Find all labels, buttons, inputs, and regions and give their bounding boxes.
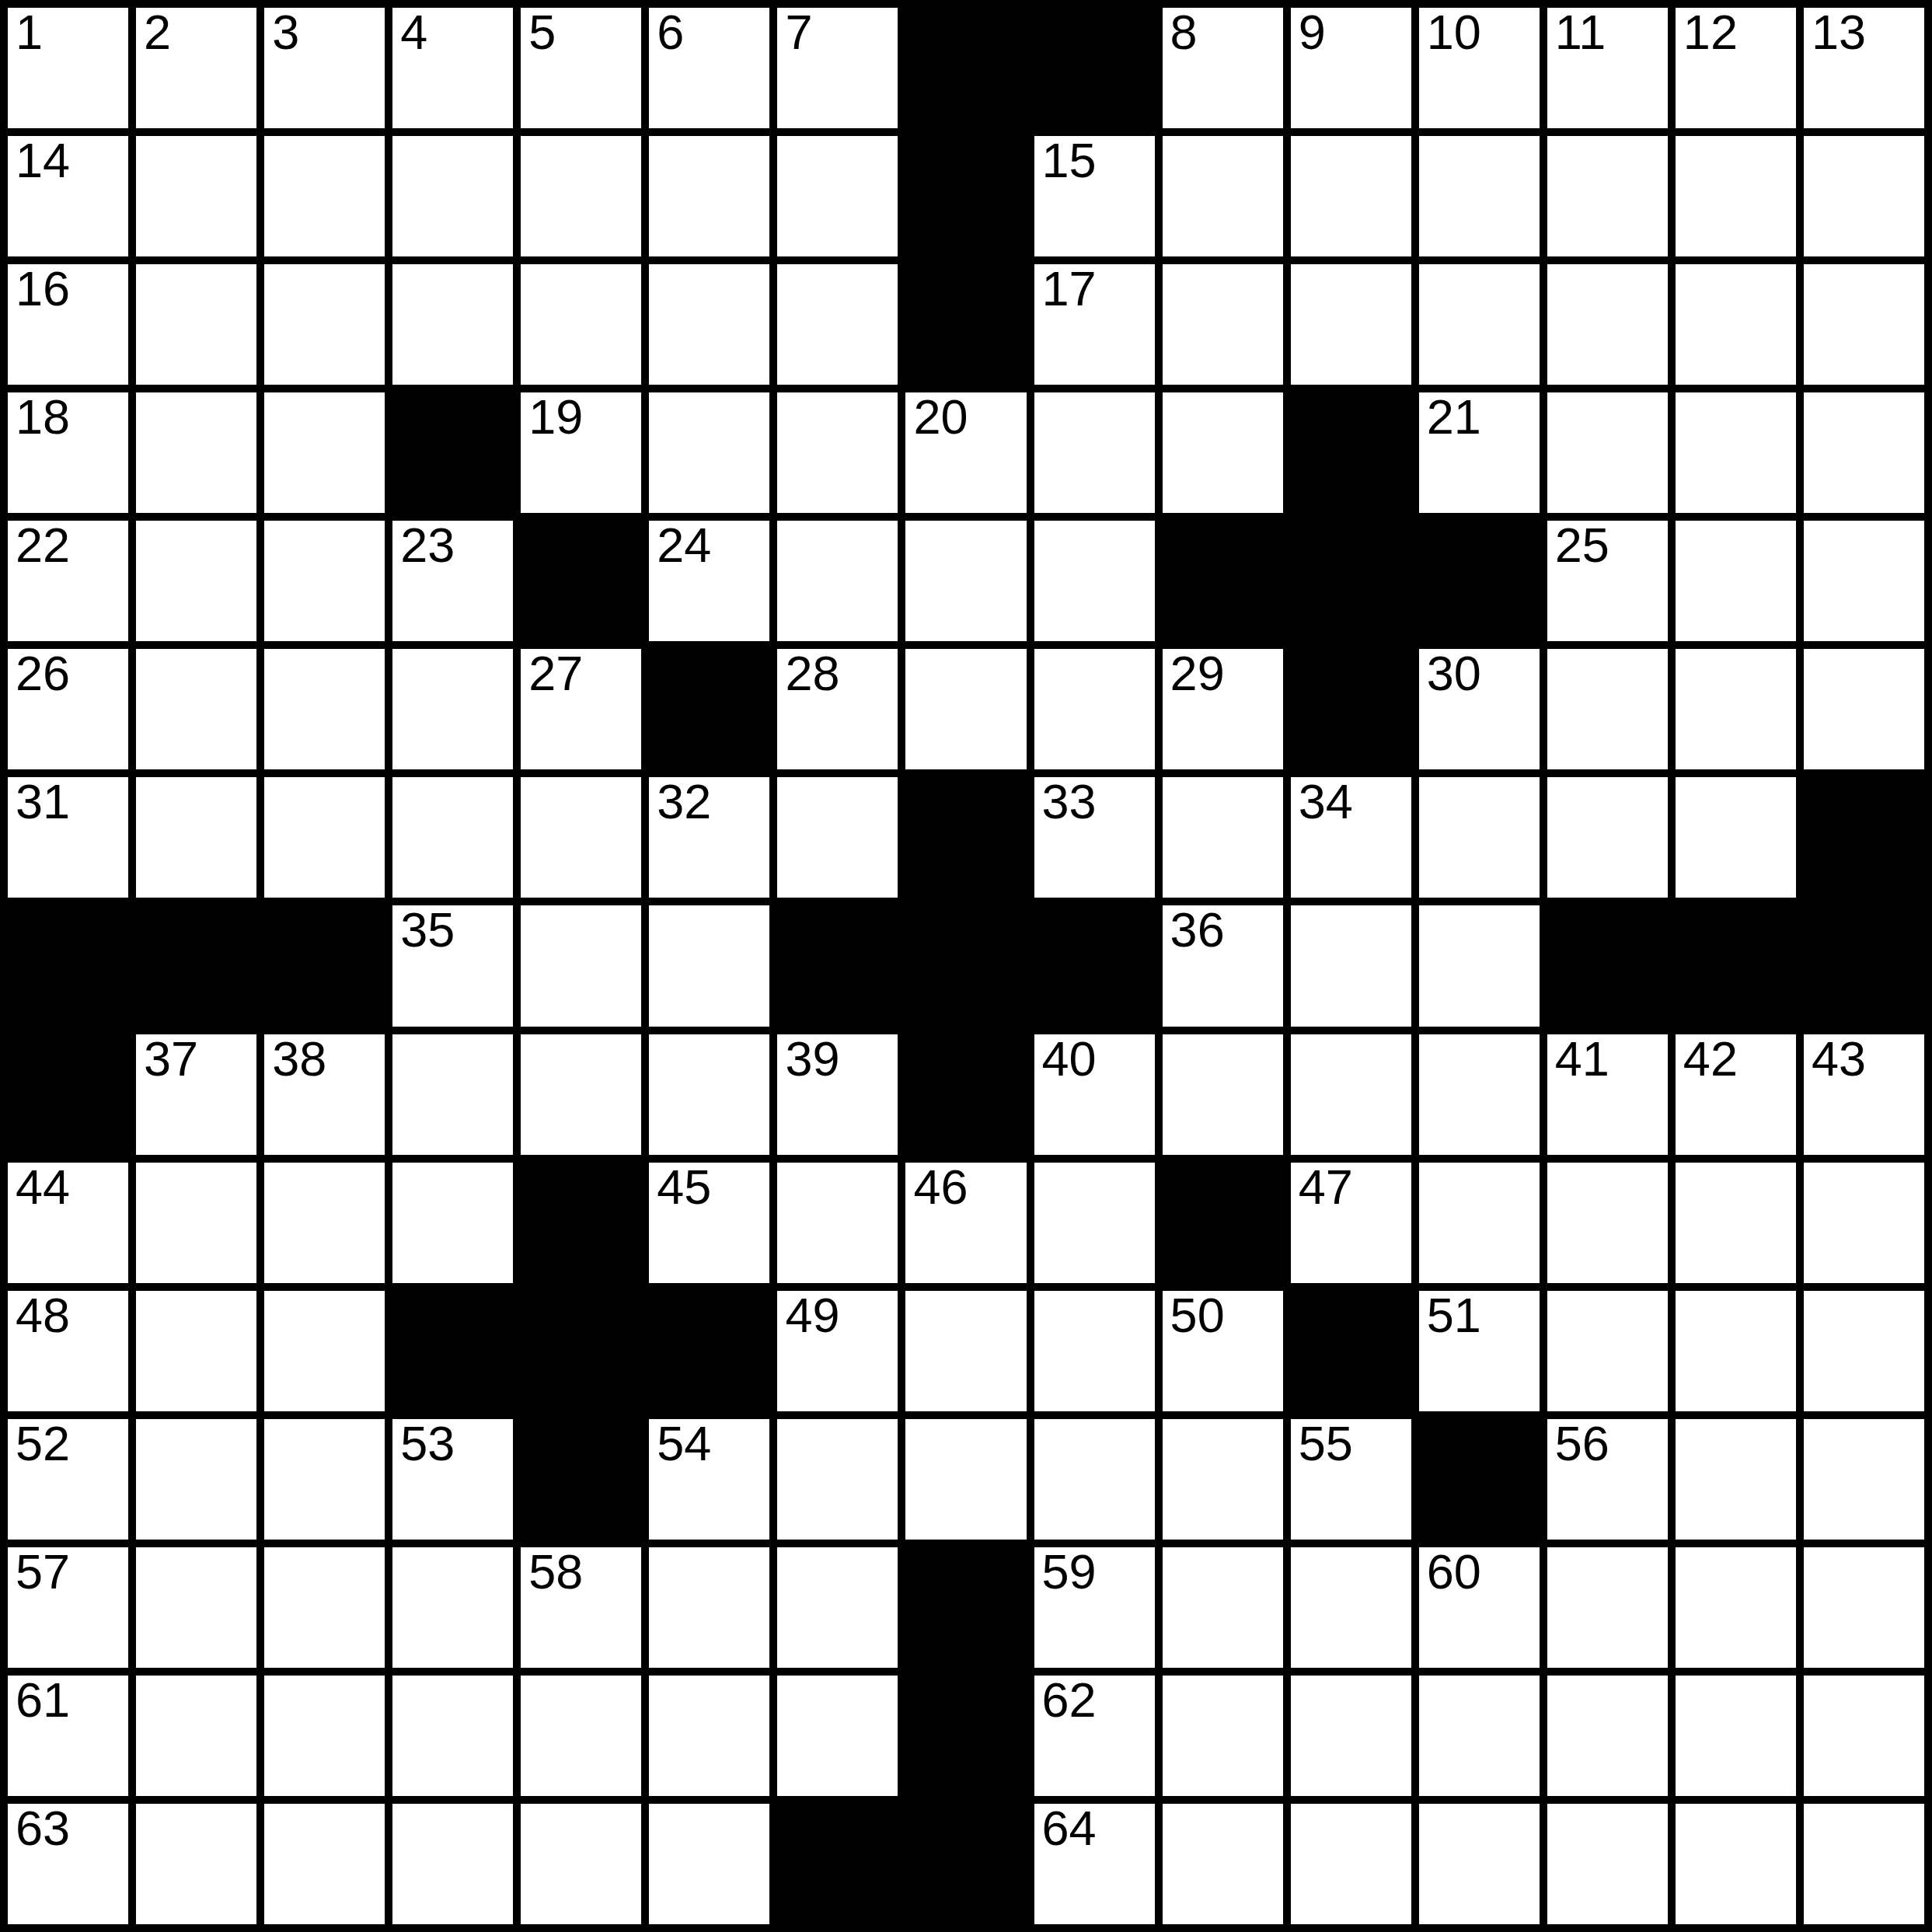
white-cell-r5c0[interactable]: 26 — [8, 649, 128, 769]
white-cell-r7c9[interactable]: 36 — [1163, 905, 1283, 1026]
white-cell-r10c7[interactable] — [905, 1291, 1026, 1411]
white-cell-r1c14[interactable] — [1804, 136, 1924, 256]
white-cell-r14c3[interactable] — [392, 1804, 513, 1924]
white-cell-r6c9[interactable] — [1163, 777, 1283, 898]
white-cell-r6c5[interactable]: 32 — [649, 777, 769, 898]
white-cell-r2c11[interactable] — [1419, 264, 1540, 385]
white-cell-r2c0[interactable]: 16 — [8, 264, 128, 385]
clue-number-32: 32 — [657, 777, 711, 826]
clue-number-59: 59 — [1042, 1547, 1097, 1596]
white-cell-r11c3[interactable]: 53 — [392, 1419, 513, 1540]
clue-number-43: 43 — [1812, 1034, 1866, 1083]
white-cell-r12c6[interactable] — [777, 1547, 898, 1668]
white-cell-r13c10[interactable] — [1291, 1676, 1411, 1796]
white-cell-r11c9[interactable] — [1163, 1419, 1283, 1540]
clue-number-14: 14 — [16, 136, 70, 185]
white-cell-r6c4[interactable] — [521, 777, 641, 898]
white-cell-r4c8[interactable] — [1034, 521, 1155, 641]
white-cell-r11c1[interactable] — [136, 1419, 256, 1540]
black-cell-r10c10 — [1291, 1291, 1411, 1411]
white-cell-r5c4[interactable]: 27 — [521, 649, 641, 769]
white-cell-r6c3[interactable] — [392, 777, 513, 898]
clue-number-24: 24 — [657, 521, 711, 570]
crossword-grid: 1234567891011121314151617181920212223242… — [0, 0, 1932, 1932]
black-cell-r4c4 — [521, 521, 641, 641]
white-cell-r2c5[interactable] — [649, 264, 769, 385]
white-cell-r9c10[interactable]: 47 — [1291, 1163, 1411, 1283]
white-cell-r11c2[interactable] — [264, 1419, 385, 1540]
white-cell-r7c4[interactable] — [521, 905, 641, 1026]
clue-number-54: 54 — [657, 1419, 711, 1468]
clue-number-27: 27 — [528, 649, 583, 698]
black-cell-r7c12 — [1547, 905, 1668, 1026]
white-cell-r5c7[interactable] — [905, 649, 1026, 769]
black-cell-r11c11 — [1419, 1419, 1540, 1540]
clue-number-31: 31 — [16, 777, 70, 826]
white-cell-r5c3[interactable] — [392, 649, 513, 769]
white-cell-r14c4[interactable] — [521, 1804, 641, 1924]
clue-number-13: 13 — [1812, 8, 1866, 57]
clue-number-22: 22 — [16, 521, 70, 570]
white-cell-r13c14[interactable] — [1804, 1676, 1924, 1796]
white-cell-r0c10[interactable]: 9 — [1291, 8, 1411, 128]
white-cell-r1c6[interactable] — [777, 136, 898, 256]
clue-number-58: 58 — [528, 1547, 583, 1596]
clue-number-50: 50 — [1170, 1291, 1225, 1340]
clue-number-39: 39 — [785, 1034, 839, 1083]
white-cell-r4c6[interactable] — [777, 521, 898, 641]
white-cell-r7c5[interactable] — [649, 905, 769, 1026]
white-cell-r2c6[interactable] — [777, 264, 898, 385]
black-cell-r10c5 — [649, 1291, 769, 1411]
white-cell-r10c1[interactable] — [136, 1291, 256, 1411]
clue-number-8: 8 — [1170, 8, 1198, 57]
clue-number-41: 41 — [1555, 1034, 1609, 1083]
black-cell-r8c0 — [8, 1034, 128, 1155]
white-cell-r0c0[interactable]: 1 — [8, 8, 128, 128]
black-cell-r7c0 — [8, 905, 128, 1026]
clue-number-25: 25 — [1555, 521, 1609, 570]
white-cell-r12c3[interactable] — [392, 1547, 513, 1668]
white-cell-r7c11[interactable] — [1419, 905, 1540, 1026]
clue-number-45: 45 — [657, 1163, 711, 1212]
white-cell-r9c12[interactable] — [1547, 1163, 1668, 1283]
white-cell-r14c0[interactable]: 63 — [8, 1804, 128, 1924]
white-cell-r6c8[interactable]: 33 — [1034, 777, 1155, 898]
clue-number-19: 19 — [528, 392, 583, 441]
white-cell-r3c5[interactable] — [649, 392, 769, 513]
clue-number-44: 44 — [16, 1163, 70, 1212]
white-cell-r2c14[interactable] — [1804, 264, 1924, 385]
white-cell-r9c3[interactable] — [392, 1163, 513, 1283]
white-cell-r8c4[interactable] — [521, 1034, 641, 1155]
clue-number-56: 56 — [1555, 1419, 1609, 1468]
white-cell-r2c8[interactable]: 17 — [1034, 264, 1155, 385]
white-cell-r5c2[interactable] — [264, 649, 385, 769]
white-cell-r12c9[interactable] — [1163, 1547, 1283, 1668]
white-cell-r8c2[interactable]: 38 — [264, 1034, 385, 1155]
white-cell-r1c3[interactable] — [392, 136, 513, 256]
white-cell-r11c0[interactable]: 52 — [8, 1419, 128, 1540]
white-cell-r8c13[interactable]: 42 — [1676, 1034, 1796, 1155]
black-cell-r4c11 — [1419, 521, 1540, 641]
white-cell-r14c13[interactable] — [1676, 1804, 1796, 1924]
white-cell-r3c6[interactable] — [777, 392, 898, 513]
white-cell-r11c6[interactable] — [777, 1419, 898, 1540]
white-cell-r9c2[interactable] — [264, 1163, 385, 1283]
white-cell-r0c12[interactable]: 11 — [1547, 8, 1668, 128]
white-cell-r3c8[interactable] — [1034, 392, 1155, 513]
clue-number-51: 51 — [1427, 1291, 1481, 1340]
black-cell-r13c7 — [905, 1676, 1026, 1796]
clue-number-33: 33 — [1042, 777, 1097, 826]
white-cell-r13c6[interactable] — [777, 1676, 898, 1796]
clue-number-6: 6 — [657, 8, 684, 57]
white-cell-r9c14[interactable] — [1804, 1163, 1924, 1283]
clue-number-34: 34 — [1299, 777, 1353, 826]
black-cell-r0c7 — [905, 8, 1026, 128]
white-cell-r12c13[interactable] — [1676, 1547, 1796, 1668]
white-cell-r6c12[interactable] — [1547, 777, 1668, 898]
clue-number-46: 46 — [913, 1163, 968, 1212]
clue-number-16: 16 — [16, 264, 70, 313]
black-cell-r3c3 — [392, 392, 513, 513]
white-cell-r12c8[interactable]: 59 — [1034, 1547, 1155, 1668]
white-cell-r4c12[interactable]: 25 — [1547, 521, 1668, 641]
white-cell-r10c13[interactable] — [1676, 1291, 1796, 1411]
white-cell-r4c13[interactable] — [1676, 521, 1796, 641]
white-cell-r6c13[interactable] — [1676, 777, 1796, 898]
clue-number-64: 64 — [1042, 1804, 1097, 1853]
clue-number-38: 38 — [272, 1034, 326, 1083]
white-cell-r1c9[interactable] — [1163, 136, 1283, 256]
clue-number-28: 28 — [785, 649, 839, 698]
clue-number-47: 47 — [1299, 1163, 1353, 1212]
white-cell-r3c7[interactable]: 20 — [905, 392, 1026, 513]
white-cell-r1c1[interactable] — [136, 136, 256, 256]
white-cell-r13c13[interactable] — [1676, 1676, 1796, 1796]
white-cell-r14c1[interactable] — [136, 1804, 256, 1924]
white-cell-r8c9[interactable] — [1163, 1034, 1283, 1155]
white-cell-r13c5[interactable] — [649, 1676, 769, 1796]
white-cell-r10c0[interactable]: 48 — [8, 1291, 128, 1411]
white-cell-r11c10[interactable]: 55 — [1291, 1419, 1411, 1540]
clue-number-52: 52 — [16, 1419, 70, 1468]
clue-number-48: 48 — [16, 1291, 70, 1340]
white-cell-r14c12[interactable] — [1547, 1804, 1668, 1924]
clue-number-4: 4 — [400, 8, 427, 57]
clue-number-1: 1 — [16, 8, 43, 57]
black-cell-r11c4 — [521, 1419, 641, 1540]
white-cell-r5c11[interactable]: 30 — [1419, 649, 1540, 769]
white-cell-r4c7[interactable] — [905, 521, 1026, 641]
clue-number-21: 21 — [1427, 392, 1481, 441]
white-cell-r6c10[interactable]: 34 — [1291, 777, 1411, 898]
white-cell-r12c2[interactable] — [264, 1547, 385, 1668]
white-cell-r2c13[interactable] — [1676, 264, 1796, 385]
white-cell-r5c1[interactable] — [136, 649, 256, 769]
white-cell-r14c2[interactable] — [264, 1804, 385, 1924]
white-cell-r12c5[interactable] — [649, 1547, 769, 1668]
white-cell-r8c6[interactable]: 39 — [777, 1034, 898, 1155]
clue-number-57: 57 — [16, 1547, 70, 1596]
black-cell-r5c5 — [649, 649, 769, 769]
white-cell-r1c13[interactable] — [1676, 136, 1796, 256]
black-cell-r12c7 — [905, 1547, 1026, 1668]
white-cell-r1c2[interactable] — [264, 136, 385, 256]
white-cell-r4c3[interactable]: 23 — [392, 521, 513, 641]
white-cell-r10c14[interactable] — [1804, 1291, 1924, 1411]
clue-number-18: 18 — [16, 392, 70, 441]
clue-number-53: 53 — [400, 1419, 455, 1468]
white-cell-r8c8[interactable]: 40 — [1034, 1034, 1155, 1155]
black-cell-r7c2 — [264, 905, 385, 1026]
white-cell-r3c12[interactable] — [1547, 392, 1668, 513]
black-cell-r1c7 — [905, 136, 1026, 256]
white-cell-r0c2[interactable]: 3 — [264, 8, 385, 128]
white-cell-r13c3[interactable] — [392, 1676, 513, 1796]
black-cell-r3c10 — [1291, 392, 1411, 513]
white-cell-r0c1[interactable]: 2 — [136, 8, 256, 128]
white-cell-r0c14[interactable]: 13 — [1804, 8, 1924, 128]
clue-number-36: 36 — [1170, 905, 1225, 954]
white-cell-r5c12[interactable] — [1547, 649, 1668, 769]
white-cell-r4c5[interactable]: 24 — [649, 521, 769, 641]
white-cell-r7c10[interactable] — [1291, 905, 1411, 1026]
clue-number-49: 49 — [785, 1291, 839, 1340]
white-cell-r12c1[interactable] — [136, 1547, 256, 1668]
clue-number-29: 29 — [1170, 649, 1225, 698]
white-cell-r14c5[interactable] — [649, 1804, 769, 1924]
white-cell-r10c6[interactable]: 49 — [777, 1291, 898, 1411]
clue-number-62: 62 — [1042, 1676, 1097, 1725]
white-cell-r5c8[interactable] — [1034, 649, 1155, 769]
white-cell-r9c13[interactable] — [1676, 1163, 1796, 1283]
white-cell-r13c8[interactable]: 62 — [1034, 1676, 1155, 1796]
white-cell-r1c0[interactable]: 14 — [8, 136, 128, 256]
white-cell-r2c2[interactable] — [264, 264, 385, 385]
white-cell-r2c12[interactable] — [1547, 264, 1668, 385]
clue-number-3: 3 — [272, 8, 299, 57]
white-cell-r11c5[interactable]: 54 — [649, 1419, 769, 1540]
white-cell-r0c3[interactable]: 4 — [392, 8, 513, 128]
black-cell-r10c4 — [521, 1291, 641, 1411]
clue-number-63: 63 — [16, 1804, 70, 1853]
white-cell-r3c13[interactable] — [1676, 392, 1796, 513]
white-cell-r9c1[interactable] — [136, 1163, 256, 1283]
white-cell-r9c7[interactable]: 46 — [905, 1163, 1026, 1283]
clue-number-23: 23 — [400, 521, 455, 570]
white-cell-r13c2[interactable] — [264, 1676, 385, 1796]
white-cell-r9c8[interactable] — [1034, 1163, 1155, 1283]
white-cell-r4c0[interactable]: 22 — [8, 521, 128, 641]
black-cell-r4c9 — [1163, 521, 1283, 641]
white-cell-r2c1[interactable] — [136, 264, 256, 385]
clue-number-60: 60 — [1427, 1547, 1481, 1596]
black-cell-r10c3 — [392, 1291, 513, 1411]
white-cell-r9c0[interactable]: 44 — [8, 1163, 128, 1283]
clue-number-26: 26 — [16, 649, 70, 698]
white-cell-r5c9[interactable]: 29 — [1163, 649, 1283, 769]
clue-number-30: 30 — [1427, 649, 1481, 698]
clue-number-5: 5 — [528, 8, 556, 57]
clue-number-11: 11 — [1555, 8, 1606, 57]
white-cell-r0c4[interactable]: 5 — [521, 8, 641, 128]
clue-number-12: 12 — [1683, 8, 1738, 57]
white-cell-r10c8[interactable] — [1034, 1291, 1155, 1411]
black-cell-r6c14 — [1804, 777, 1924, 898]
white-cell-r6c11[interactable] — [1419, 777, 1540, 898]
black-cell-r2c7 — [905, 264, 1026, 385]
clue-number-17: 17 — [1042, 264, 1097, 313]
black-cell-r14c7 — [905, 1804, 1026, 1924]
white-cell-r2c10[interactable] — [1291, 264, 1411, 385]
white-cell-r3c1[interactable] — [136, 392, 256, 513]
clue-number-15: 15 — [1042, 136, 1097, 185]
clue-number-20: 20 — [913, 392, 968, 441]
white-cell-r1c4[interactable] — [521, 136, 641, 256]
white-cell-r8c14[interactable]: 43 — [1804, 1034, 1924, 1155]
white-cell-r12c12[interactable] — [1547, 1547, 1668, 1668]
white-cell-r8c10[interactable] — [1291, 1034, 1411, 1155]
white-cell-r14c14[interactable] — [1804, 1804, 1924, 1924]
clue-number-42: 42 — [1683, 1034, 1738, 1083]
white-cell-r14c10[interactable] — [1291, 1804, 1411, 1924]
white-cell-r0c13[interactable]: 12 — [1676, 8, 1796, 128]
white-cell-r10c9[interactable]: 50 — [1163, 1291, 1283, 1411]
black-cell-r14c6 — [777, 1804, 898, 1924]
black-cell-r7c8 — [1034, 905, 1155, 1026]
black-cell-r7c1 — [136, 905, 256, 1026]
white-cell-r10c2[interactable] — [264, 1291, 385, 1411]
white-cell-r11c13[interactable] — [1676, 1419, 1796, 1540]
white-cell-r3c4[interactable]: 19 — [521, 392, 641, 513]
white-cell-r9c6[interactable] — [777, 1163, 898, 1283]
white-cell-r2c4[interactable] — [521, 264, 641, 385]
white-cell-r6c6[interactable] — [777, 777, 898, 898]
clue-number-40: 40 — [1042, 1034, 1097, 1083]
white-cell-r12c14[interactable] — [1804, 1547, 1924, 1668]
white-cell-r8c12[interactable]: 41 — [1547, 1034, 1668, 1155]
white-cell-r11c12[interactable]: 56 — [1547, 1419, 1668, 1540]
white-cell-r5c13[interactable] — [1676, 649, 1796, 769]
clue-number-61: 61 — [16, 1676, 70, 1725]
white-cell-r12c11[interactable]: 60 — [1419, 1547, 1540, 1668]
white-cell-r13c0[interactable]: 61 — [8, 1676, 128, 1796]
black-cell-r9c9 — [1163, 1163, 1283, 1283]
white-cell-r13c12[interactable] — [1547, 1676, 1668, 1796]
white-cell-r12c10[interactable] — [1291, 1547, 1411, 1668]
clue-number-9: 9 — [1299, 8, 1326, 57]
white-cell-r11c8[interactable] — [1034, 1419, 1155, 1540]
clue-number-2: 2 — [144, 8, 171, 57]
black-cell-r6c7 — [905, 777, 1026, 898]
black-cell-r5c10 — [1291, 649, 1411, 769]
white-cell-r11c14[interactable] — [1804, 1419, 1924, 1540]
white-cell-r3c9[interactable] — [1163, 392, 1283, 513]
black-cell-r7c7 — [905, 905, 1026, 1026]
white-cell-r3c0[interactable]: 18 — [8, 392, 128, 513]
white-cell-r0c6[interactable]: 7 — [777, 8, 898, 128]
black-cell-r7c14 — [1804, 905, 1924, 1026]
clue-number-37: 37 — [144, 1034, 198, 1083]
white-cell-r0c5[interactable]: 6 — [649, 8, 769, 128]
white-cell-r4c1[interactable] — [136, 521, 256, 641]
black-cell-r7c6 — [777, 905, 898, 1026]
white-cell-r14c9[interactable] — [1163, 1804, 1283, 1924]
white-cell-r5c6[interactable]: 28 — [777, 649, 898, 769]
white-cell-r12c0[interactable]: 57 — [8, 1547, 128, 1668]
white-cell-r3c11[interactable]: 21 — [1419, 392, 1540, 513]
white-cell-r6c0[interactable]: 31 — [8, 777, 128, 898]
white-cell-r8c1[interactable]: 37 — [136, 1034, 256, 1155]
white-cell-r14c8[interactable]: 64 — [1034, 1804, 1155, 1924]
white-cell-r8c11[interactable] — [1419, 1034, 1540, 1155]
white-cell-r4c14[interactable] — [1804, 521, 1924, 641]
white-cell-r3c14[interactable] — [1804, 392, 1924, 513]
white-cell-r9c5[interactable]: 45 — [649, 1163, 769, 1283]
white-cell-r12c4[interactable]: 58 — [521, 1547, 641, 1668]
white-cell-r8c3[interactable] — [392, 1034, 513, 1155]
white-cell-r1c12[interactable] — [1547, 136, 1668, 256]
white-cell-r9c11[interactable] — [1419, 1163, 1540, 1283]
clue-number-55: 55 — [1299, 1419, 1353, 1468]
white-cell-r2c9[interactable] — [1163, 264, 1283, 385]
black-cell-r7c13 — [1676, 905, 1796, 1026]
white-cell-r13c4[interactable] — [521, 1676, 641, 1796]
white-cell-r0c9[interactable]: 8 — [1163, 8, 1283, 128]
white-cell-r10c11[interactable]: 51 — [1419, 1291, 1540, 1411]
white-cell-r8c5[interactable] — [649, 1034, 769, 1155]
white-cell-r1c10[interactable] — [1291, 136, 1411, 256]
black-cell-r0c8 — [1034, 8, 1155, 128]
white-cell-r5c14[interactable] — [1804, 649, 1924, 769]
black-cell-r4c10 — [1291, 521, 1411, 641]
white-cell-r4c2[interactable] — [264, 521, 385, 641]
white-cell-r6c1[interactable] — [136, 777, 256, 898]
clue-number-35: 35 — [400, 905, 455, 954]
white-cell-r14c11[interactable] — [1419, 1804, 1540, 1924]
black-cell-r8c7 — [905, 1034, 1026, 1155]
clue-number-10: 10 — [1427, 8, 1481, 57]
white-cell-r10c12[interactable] — [1547, 1291, 1668, 1411]
white-cell-r1c11[interactable] — [1419, 136, 1540, 256]
white-cell-r11c7[interactable] — [905, 1419, 1026, 1540]
white-cell-r13c11[interactable] — [1419, 1676, 1540, 1796]
clue-number-7: 7 — [785, 8, 812, 57]
white-cell-r7c3[interactable]: 35 — [392, 905, 513, 1026]
white-cell-r1c8[interactable]: 15 — [1034, 136, 1155, 256]
white-cell-r1c5[interactable] — [649, 136, 769, 256]
black-cell-r9c4 — [521, 1163, 641, 1283]
white-cell-r13c1[interactable] — [136, 1676, 256, 1796]
white-cell-r2c3[interactable] — [392, 264, 513, 385]
white-cell-r0c11[interactable]: 10 — [1419, 8, 1540, 128]
white-cell-r13c9[interactable] — [1163, 1676, 1283, 1796]
white-cell-r3c2[interactable] — [264, 392, 385, 513]
white-cell-r6c2[interactable] — [264, 777, 385, 898]
